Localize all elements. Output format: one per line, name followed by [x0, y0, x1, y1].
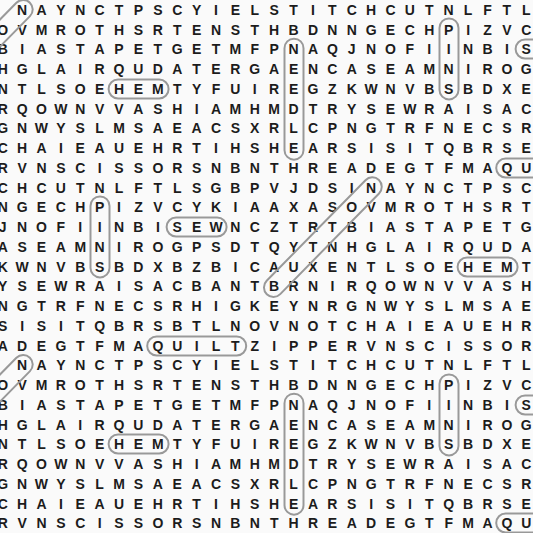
- grid-cell: Q: [323, 40, 342, 60]
- grid-cell: Y: [400, 296, 419, 316]
- grid-cell: N: [206, 158, 225, 178]
- grid-cell: I: [400, 494, 419, 514]
- grid-cell: I: [90, 514, 109, 533]
- grid-cell: G: [361, 237, 380, 257]
- grid-cell: B: [109, 316, 128, 336]
- grid-cell: A: [478, 277, 497, 297]
- grid-cell: T: [187, 316, 206, 336]
- grid-cell: A: [51, 59, 70, 79]
- grid-cell: A: [187, 474, 206, 494]
- grid-cell: Q: [12, 99, 31, 119]
- grid-cell: H: [168, 99, 187, 119]
- grid-cell: V: [400, 435, 419, 455]
- grid-cell: G: [0, 119, 12, 139]
- grid-cell: E: [129, 40, 148, 60]
- grid-cell: V: [12, 20, 31, 40]
- grid-cell: T: [381, 474, 400, 494]
- grid-cell: S: [497, 138, 516, 158]
- grid-cell: D: [12, 336, 31, 356]
- grid-cell: O: [32, 217, 51, 237]
- grid-cell: M: [226, 40, 245, 60]
- grid-cell: W: [51, 454, 70, 474]
- grid-cell: U: [129, 59, 148, 79]
- grid-cell: I: [458, 20, 477, 40]
- grid-cell: E: [129, 494, 148, 514]
- grid-cell: I: [497, 395, 516, 415]
- grid-cell: T: [458, 178, 477, 198]
- grid-cell: A: [90, 40, 109, 60]
- grid-cell: I: [51, 138, 70, 158]
- grid-cell: E: [129, 395, 148, 415]
- grid-cell: M: [148, 79, 167, 99]
- grid-cell: T: [71, 395, 90, 415]
- grid-cell: E: [284, 435, 303, 455]
- grid-cell: S: [400, 336, 419, 356]
- grid-cell: H: [109, 435, 128, 455]
- grid-cell: R: [168, 494, 187, 514]
- grid-cell: Y: [284, 237, 303, 257]
- grid-cell: M: [226, 454, 245, 474]
- grid-cell: S: [439, 435, 458, 455]
- grid-cell: V: [497, 20, 516, 40]
- grid-cell: H: [517, 277, 533, 297]
- grid-cell: T: [303, 99, 322, 119]
- grid-cell: W: [51, 277, 70, 297]
- grid-cell: S: [381, 138, 400, 158]
- grid-cell: A: [264, 415, 283, 435]
- grid-cell: Y: [51, 356, 70, 376]
- grid-cell: U: [458, 316, 477, 336]
- grid-cell: D: [129, 257, 148, 277]
- grid-cell: T: [517, 257, 533, 277]
- grid-cell: S: [187, 158, 206, 178]
- word-search-board: NAYNCTPSCYIELSTITCHCUTNLFTLOVMROTHSRTENS…: [0, 0, 533, 533]
- grid-cell: T: [206, 395, 225, 415]
- grid-cell: F: [400, 395, 419, 415]
- grid-cell: T: [420, 217, 439, 237]
- grid-cell: I: [51, 494, 70, 514]
- grid-cell: B: [458, 494, 477, 514]
- grid-cell: M: [458, 514, 477, 533]
- grid-cell: U: [517, 158, 533, 178]
- grid-cell: M: [226, 395, 245, 415]
- grid-cell: S: [361, 99, 380, 119]
- grid-cell: Y: [51, 474, 70, 494]
- grid-cell: J: [284, 178, 303, 198]
- grid-cell: G: [517, 59, 533, 79]
- grid-cell: H: [342, 237, 361, 257]
- grid-cell: N: [439, 0, 458, 20]
- grid-cell: U: [400, 356, 419, 376]
- grid-cell: B: [187, 277, 206, 297]
- grid-cell: E: [264, 296, 283, 316]
- grid-cell: V: [51, 257, 70, 277]
- grid-cell: N: [284, 316, 303, 336]
- grid-cell: R: [478, 415, 497, 435]
- grid-cell: P: [187, 237, 206, 257]
- grid-cell: T: [71, 40, 90, 60]
- grid-cell: S: [129, 20, 148, 40]
- grid-cell: A: [342, 514, 361, 533]
- grid-cell: N: [206, 514, 225, 533]
- grid-cell: I: [109, 237, 128, 257]
- grid-cell: R: [0, 158, 12, 178]
- grid-cell: A: [32, 395, 51, 415]
- grid-cell: G: [245, 415, 264, 435]
- grid-cell: R: [264, 435, 283, 455]
- grid-cell: L: [109, 178, 128, 198]
- grid-cell: T: [264, 514, 283, 533]
- grid-cell: I: [109, 198, 128, 218]
- grid-cell: S: [51, 79, 70, 99]
- grid-cell: I: [400, 138, 419, 158]
- grid-cell: Q: [497, 514, 516, 533]
- grid-cell: R: [323, 454, 342, 474]
- grid-cell: H: [109, 20, 128, 40]
- grid-cell: S: [361, 454, 380, 474]
- grid-cell: S: [129, 119, 148, 139]
- grid-cell: U: [400, 0, 419, 20]
- grid-cell: S: [148, 99, 167, 119]
- grid-cell: E: [284, 59, 303, 79]
- grid-cell: T: [187, 415, 206, 435]
- grid-cell: T: [420, 0, 439, 20]
- grid-cell: A: [381, 316, 400, 336]
- grid-cell: B: [0, 40, 12, 60]
- grid-cell: A: [303, 40, 322, 60]
- grid-cell: R: [497, 198, 516, 218]
- grid-cell: S: [342, 494, 361, 514]
- grid-cell: A: [497, 296, 516, 316]
- grid-cell: B: [226, 178, 245, 198]
- grid-cell: N: [245, 514, 264, 533]
- grid-cell: G: [303, 435, 322, 455]
- grid-cell: O: [381, 40, 400, 60]
- grid-cell: T: [323, 0, 342, 20]
- grid-cell: E: [32, 198, 51, 218]
- grid-cell: B: [226, 158, 245, 178]
- grid-cell: O: [71, 20, 90, 40]
- grid-cell: T: [226, 336, 245, 356]
- grid-cell: F: [245, 40, 264, 60]
- grid-cell: C: [71, 158, 90, 178]
- grid-cell: M: [109, 336, 128, 356]
- grid-cell: T: [497, 0, 516, 20]
- grid-cell: C: [51, 198, 70, 218]
- grid-cell: Z: [478, 375, 497, 395]
- grid-cell: E: [381, 99, 400, 119]
- grid-cell: T: [71, 316, 90, 336]
- grid-cell: S: [497, 119, 516, 139]
- grid-cell: S: [12, 237, 31, 257]
- grid-cell: T: [284, 0, 303, 20]
- grid-cell: R: [71, 277, 90, 297]
- grid-cell: C: [0, 178, 12, 198]
- grid-cell: R: [303, 217, 322, 237]
- grid-cell: V: [148, 198, 167, 218]
- grid-cell: C: [90, 356, 109, 376]
- grid-cell: R: [517, 316, 533, 336]
- grid-cell: I: [400, 316, 419, 336]
- grid-cell: C: [381, 0, 400, 20]
- grid-cell: N: [90, 296, 109, 316]
- grid-cell: F: [420, 119, 439, 139]
- grid-cell: G: [361, 375, 380, 395]
- grid-cell: D: [303, 375, 322, 395]
- grid-cell: P: [478, 178, 497, 198]
- grid-cell: D: [303, 20, 322, 40]
- grid-cell: B: [342, 217, 361, 237]
- grid-cell: N: [71, 0, 90, 20]
- grid-cell: H: [458, 257, 477, 277]
- grid-cell: F: [51, 217, 70, 237]
- grid-cell: D: [303, 178, 322, 198]
- grid-cell: R: [129, 237, 148, 257]
- grid-cell: T: [109, 356, 128, 376]
- grid-cell: R: [168, 138, 187, 158]
- grid-cell: T: [420, 138, 439, 158]
- grid-cell: K: [342, 435, 361, 455]
- grid-cell: T: [168, 435, 187, 455]
- grid-cell: M: [264, 99, 283, 119]
- grid-cell: T: [245, 277, 264, 297]
- grid-cell: E: [226, 356, 245, 376]
- grid-cell: Y: [187, 0, 206, 20]
- grid-cell: S: [148, 0, 167, 20]
- grid-cell: E: [284, 138, 303, 158]
- grid-cell: A: [129, 99, 148, 119]
- grid-cell: M: [32, 20, 51, 40]
- grid-cell: E: [32, 277, 51, 297]
- grid-cell: W: [32, 119, 51, 139]
- grid-cell: P: [284, 336, 303, 356]
- grid-cell: T: [497, 217, 516, 237]
- grid-cell: E: [381, 415, 400, 435]
- grid-cell: N: [226, 217, 245, 237]
- grid-cell: N: [12, 217, 31, 237]
- grid-cell: S: [168, 217, 187, 237]
- grid-cell: I: [458, 59, 477, 79]
- grid-cell: E: [517, 494, 533, 514]
- grid-cell: A: [187, 119, 206, 139]
- grid-cell: E: [517, 435, 533, 455]
- grid-cell: R: [51, 296, 70, 316]
- grid-cell: R: [168, 158, 187, 178]
- grid-cell: A: [90, 138, 109, 158]
- grid-cell: R: [478, 138, 497, 158]
- grid-cell: T: [71, 178, 90, 198]
- letters-layer: NAYNCTPSCYIELSTITCHCUTNLFTLOVMROTHSRTENS…: [0, 0, 533, 533]
- grid-cell: T: [148, 178, 167, 198]
- grid-cell: E: [187, 40, 206, 60]
- grid-cell: I: [226, 198, 245, 218]
- grid-cell: W: [12, 257, 31, 277]
- grid-cell: G: [361, 474, 380, 494]
- grid-cell: M: [458, 158, 477, 178]
- grid-cell: A: [439, 454, 458, 474]
- grid-cell: N: [439, 59, 458, 79]
- grid-cell: V: [90, 454, 109, 474]
- grid-cell: G: [342, 296, 361, 316]
- grid-cell: H: [148, 138, 167, 158]
- grid-cell: N: [226, 277, 245, 297]
- grid-cell: S: [497, 277, 516, 297]
- grid-cell: I: [71, 59, 90, 79]
- grid-cell: Q: [264, 237, 283, 257]
- grid-cell: F: [90, 336, 109, 356]
- grid-cell: V: [439, 277, 458, 297]
- grid-cell: A: [168, 415, 187, 435]
- grid-cell: A: [148, 277, 167, 297]
- grid-cell: Y: [187, 198, 206, 218]
- grid-cell: A: [264, 198, 283, 218]
- grid-cell: I: [12, 395, 31, 415]
- grid-cell: O: [0, 375, 12, 395]
- grid-cell: S: [323, 198, 342, 218]
- grid-cell: E: [458, 474, 477, 494]
- grid-cell: U: [478, 237, 497, 257]
- grid-cell: I: [187, 454, 206, 474]
- grid-cell: L: [245, 0, 264, 20]
- grid-cell: N: [12, 474, 31, 494]
- grid-cell: L: [90, 119, 109, 139]
- grid-cell: X: [245, 119, 264, 139]
- grid-cell: A: [90, 494, 109, 514]
- grid-cell: I: [420, 237, 439, 257]
- grid-cell: Y: [51, 119, 70, 139]
- grid-cell: O: [245, 316, 264, 336]
- grid-cell: A: [439, 99, 458, 119]
- grid-cell: S: [51, 514, 70, 533]
- grid-cell: N: [32, 158, 51, 178]
- grid-cell: M: [381, 198, 400, 218]
- grid-cell: D: [478, 435, 497, 455]
- grid-cell: Y: [400, 178, 419, 198]
- grid-cell: X: [284, 198, 303, 218]
- grid-cell: Q: [439, 138, 458, 158]
- grid-cell: I: [439, 40, 458, 60]
- grid-cell: F: [129, 178, 148, 198]
- grid-cell: T: [71, 336, 90, 356]
- grid-cell: E: [478, 257, 497, 277]
- grid-cell: I: [206, 296, 225, 316]
- grid-cell: F: [206, 79, 225, 99]
- grid-cell: M: [420, 415, 439, 435]
- grid-cell: H: [284, 514, 303, 533]
- grid-cell: M: [148, 435, 167, 455]
- grid-cell: Y: [342, 454, 361, 474]
- grid-cell: H: [12, 178, 31, 198]
- grid-cell: T: [109, 0, 128, 20]
- grid-cell: N: [323, 375, 342, 395]
- grid-cell: U: [129, 415, 148, 435]
- grid-cell: S: [420, 296, 439, 316]
- grid-cell: V: [109, 454, 128, 474]
- grid-cell: P: [129, 356, 148, 376]
- grid-cell: B: [129, 217, 148, 237]
- grid-cell: I: [12, 40, 31, 60]
- grid-cell: L: [517, 0, 533, 20]
- grid-cell: B: [284, 375, 303, 395]
- grid-cell: C: [478, 474, 497, 494]
- grid-cell: K: [0, 257, 12, 277]
- grid-cell: I: [361, 217, 380, 237]
- grid-cell: N: [381, 79, 400, 99]
- grid-cell: B: [420, 435, 439, 455]
- grid-cell: C: [0, 138, 12, 158]
- grid-cell: E: [71, 494, 90, 514]
- grid-cell: T: [323, 217, 342, 237]
- grid-cell: T: [381, 119, 400, 139]
- grid-cell: A: [0, 336, 12, 356]
- grid-cell: S: [148, 356, 167, 376]
- grid-cell: T: [361, 257, 380, 277]
- grid-cell: N: [12, 356, 31, 376]
- grid-cell: V: [497, 375, 516, 395]
- grid-cell: M: [497, 257, 516, 277]
- grid-cell: L: [284, 474, 303, 494]
- grid-cell: L: [168, 178, 187, 198]
- grid-cell: C: [342, 356, 361, 376]
- grid-cell: C: [206, 119, 225, 139]
- grid-cell: W: [400, 99, 419, 119]
- grid-cell: C: [342, 316, 361, 336]
- grid-cell: T: [148, 40, 167, 60]
- grid-cell: M: [32, 375, 51, 395]
- grid-cell: T: [90, 375, 109, 395]
- grid-cell: W: [361, 79, 380, 99]
- grid-cell: A: [148, 474, 167, 494]
- grid-cell: L: [517, 356, 533, 376]
- grid-cell: C: [206, 474, 225, 494]
- grid-cell: G: [168, 40, 187, 60]
- grid-cell: N: [284, 395, 303, 415]
- grid-cell: C: [439, 178, 458, 198]
- grid-cell: Q: [458, 237, 477, 257]
- grid-cell: T: [206, 40, 225, 60]
- grid-cell: S: [381, 494, 400, 514]
- grid-cell: C: [168, 198, 187, 218]
- grid-cell: I: [439, 395, 458, 415]
- grid-cell: P: [109, 395, 128, 415]
- grid-cell: T: [284, 217, 303, 237]
- grid-cell: E: [187, 375, 206, 395]
- grid-cell: A: [129, 336, 148, 356]
- grid-cell: C: [245, 257, 264, 277]
- grid-cell: B: [284, 20, 303, 40]
- grid-cell: O: [497, 415, 516, 435]
- grid-cell: S: [497, 474, 516, 494]
- grid-cell: T: [245, 375, 264, 395]
- grid-cell: A: [439, 217, 458, 237]
- grid-cell: N: [90, 178, 109, 198]
- grid-cell: A: [497, 99, 516, 119]
- grid-cell: W: [400, 454, 419, 474]
- grid-cell: O: [148, 237, 167, 257]
- grid-cell: T: [245, 20, 264, 40]
- grid-cell: I: [90, 217, 109, 237]
- grid-cell: H: [420, 375, 439, 395]
- grid-cell: H: [264, 375, 283, 395]
- grid-cell: A: [148, 119, 167, 139]
- grid-cell: E: [32, 237, 51, 257]
- grid-cell: M: [71, 237, 90, 257]
- grid-cell: A: [264, 257, 283, 277]
- grid-cell: P: [109, 40, 128, 60]
- grid-cell: T: [517, 198, 533, 218]
- grid-cell: H: [71, 198, 90, 218]
- grid-cell: I: [361, 138, 380, 158]
